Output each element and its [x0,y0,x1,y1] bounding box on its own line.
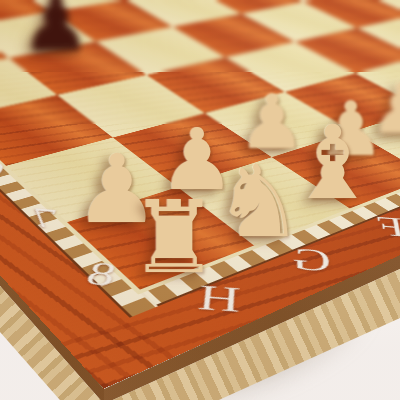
piece-white-knight-g8[interactable]: ♞ [214,152,304,252]
piece-white-rook-h8[interactable]: ♜ [129,188,219,288]
piece-black-pawn-f4[interactable]: ♟ [21,0,91,62]
chessboard-photo: HGF876 ♟♟♟♟♟♝♟♞♜ [0,0,400,400]
pieces-layer: ♟♟♟♟♟♝♟♞♜ [0,0,400,400]
